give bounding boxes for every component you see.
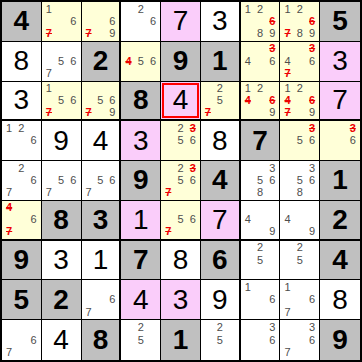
excluded-candidate-7: 7 <box>43 106 55 118</box>
candidate-4: 4 <box>242 214 254 226</box>
given-digit: 9 <box>2 241 41 280</box>
excluded-candidate-7: 7 <box>281 28 293 40</box>
excluded-candidate-3: 3 <box>306 43 318 55</box>
excluded-candidate-6: 6 <box>266 94 278 106</box>
excluded-candidate-7: 7 <box>43 28 55 40</box>
solved-digit: 1 <box>121 201 160 239</box>
candidate-4: 4 <box>281 55 293 67</box>
candidate-grid: 679 <box>82 2 120 41</box>
cell-r9c2[interactable]: 4 <box>42 320 82 360</box>
cell-r1c1[interactable]: 4 <box>2 2 42 42</box>
given-digit: 8 <box>42 201 81 239</box>
solved-digit: 4 <box>161 82 200 120</box>
candidate-9: 9 <box>306 106 318 118</box>
solved-digit: 8 <box>2 42 41 81</box>
candidate-6: 6 <box>266 294 278 306</box>
candidate-2: 2 <box>254 83 266 95</box>
cell-r2c4[interactable]: 456 <box>121 42 161 82</box>
candidate-6: 6 <box>106 294 118 306</box>
cell-r4c3[interactable]: 4 <box>82 121 122 161</box>
solved-digit: 9 <box>201 280 239 319</box>
candidate-5: 5 <box>94 94 106 106</box>
candidate-grid: 3568 <box>280 161 319 200</box>
given-digit: 2 <box>82 42 120 81</box>
excluded-candidate-3: 3 <box>187 162 199 174</box>
excluded-candidate-4: 4 <box>3 202 15 214</box>
candidate-6: 6 <box>306 294 318 306</box>
candidate-5: 5 <box>214 334 226 347</box>
candidate-6: 6 <box>266 334 278 347</box>
cell-r5c9[interactable]: 1 <box>320 161 360 201</box>
candidate-5: 5 <box>55 94 67 106</box>
candidate-5: 5 <box>254 254 266 266</box>
cell-r5c8[interactable]: 3568 <box>280 161 320 201</box>
candidate-6: 6 <box>106 15 118 27</box>
cell-r9c6[interactable]: 25 <box>201 320 241 360</box>
cell-r6c1[interactable]: 467 <box>2 201 42 241</box>
candidate-8: 8 <box>294 28 306 40</box>
given-digit: 1 <box>201 42 239 81</box>
candidate-6: 6 <box>147 15 159 27</box>
cell-r3c8[interactable]: 124679 <box>280 82 320 122</box>
cell-r5c2[interactable]: 567 <box>42 161 82 201</box>
candidate-1: 1 <box>242 83 254 95</box>
cell-r2c6[interactable]: 1 <box>201 42 241 82</box>
candidate-5: 5 <box>55 55 67 67</box>
cell-r3c2[interactable]: 1567 <box>42 82 82 122</box>
candidate-6: 6 <box>306 135 318 147</box>
candidate-1: 1 <box>43 3 55 15</box>
given-digit: 9 <box>121 161 160 200</box>
solved-digit: 4 <box>121 280 160 319</box>
given-digit: 9 <box>320 320 360 360</box>
candidate-6: 6 <box>106 174 118 186</box>
excluded-candidate-4: 4 <box>281 94 293 106</box>
cell-r1c8[interactable]: 126789 <box>280 2 320 42</box>
excluded-candidate-3: 3 <box>187 122 199 134</box>
candidate-6: 6 <box>28 334 40 347</box>
excluded-candidate-7: 7 <box>202 106 214 118</box>
cell-r3c5[interactable]: 4 <box>161 82 201 122</box>
given-digit: 4 <box>2 2 41 41</box>
cell-r8c8[interactable]: 167 <box>280 280 320 320</box>
candidate-grid: 167 <box>42 2 81 41</box>
excluded-candidate-7: 7 <box>83 28 95 40</box>
candidate-3: 3 <box>306 162 318 174</box>
candidate-9: 9 <box>106 28 118 40</box>
given-digit: 6 <box>201 241 239 280</box>
candidate-6: 6 <box>346 135 359 147</box>
solved-digit: 3 <box>201 2 239 41</box>
given-digit: 2 <box>42 280 81 319</box>
excluded-candidate-7: 7 <box>83 106 95 118</box>
candidate-5: 5 <box>294 254 306 266</box>
cell-r7c7[interactable]: 25 <box>241 241 281 281</box>
candidate-5: 5 <box>135 55 147 67</box>
given-digit: 4 <box>320 241 360 280</box>
cell-r5c6[interactable]: 4 <box>201 161 241 201</box>
candidate-6: 6 <box>28 135 40 147</box>
cell-r4c9[interactable]: 36 <box>320 121 360 161</box>
cell-r3c1[interactable]: 3 <box>2 82 42 122</box>
candidate-7: 7 <box>3 346 15 359</box>
cell-r4c7[interactable]: 7 <box>241 121 281 161</box>
candidate-8: 8 <box>254 28 266 40</box>
solved-digit: 7 <box>320 82 360 120</box>
candidate-2: 2 <box>294 83 306 95</box>
candidate-8: 8 <box>294 187 306 199</box>
cell-r8c6[interactable]: 9 <box>201 280 241 320</box>
solved-digit: 1 <box>82 241 120 280</box>
cell-r9c9[interactable]: 9 <box>320 320 360 360</box>
excluded-candidate-7: 7 <box>162 226 174 238</box>
candidate-7: 7 <box>281 346 293 359</box>
candidate-6: 6 <box>306 55 318 67</box>
candidate-2: 2 <box>15 122 27 134</box>
solved-digit: 7 <box>161 2 200 41</box>
given-digit: 5 <box>320 2 360 41</box>
candidate-grid: 356 <box>280 121 319 160</box>
cell-r6c4[interactable]: 1 <box>121 201 161 241</box>
excluded-candidate-7: 7 <box>281 106 293 118</box>
solved-digit: 8 <box>320 280 360 319</box>
cell-r6c5[interactable]: 567 <box>161 201 201 241</box>
candidate-3: 3 <box>266 321 278 334</box>
cell-r4c8[interactable]: 356 <box>280 121 320 161</box>
cell-r5c4[interactable]: 9 <box>121 161 161 201</box>
solved-digit: 4 <box>82 121 120 160</box>
cell-r2c2[interactable]: 567 <box>42 42 82 82</box>
candidate-6: 6 <box>306 174 318 186</box>
cell-r9c1[interactable]: 67 <box>2 320 42 360</box>
given-digit: 7 <box>241 121 280 160</box>
candidate-7: 7 <box>43 67 55 79</box>
solved-digit: 3 <box>121 121 160 160</box>
cell-r2c1[interactable]: 8 <box>2 42 42 82</box>
cell-r5c5[interactable]: 23567 <box>161 161 201 201</box>
cell-r1c9[interactable]: 5 <box>320 2 360 42</box>
cell-r6c6[interactable]: 7 <box>201 201 241 241</box>
cell-r6c7[interactable]: 49 <box>241 201 281 241</box>
candidate-grid: 25 <box>280 241 319 280</box>
excluded-candidate-6: 6 <box>306 94 318 106</box>
candidate-3: 3 <box>306 321 318 334</box>
cell-r1c3[interactable]: 679 <box>82 2 122 42</box>
cell-r6c2[interactable]: 8 <box>42 201 82 241</box>
cell-r9c7[interactable]: 36 <box>241 320 281 360</box>
cell-r3c4[interactable]: 8 <box>121 82 161 122</box>
solved-digit: 3 <box>161 280 200 319</box>
given-digit: 3 <box>82 201 120 239</box>
candidate-2: 2 <box>135 321 147 334</box>
cell-r9c3[interactable]: 8 <box>82 320 122 360</box>
cell-r9c5[interactable]: 1 <box>161 320 201 360</box>
cell-r8c2[interactable]: 2 <box>42 280 82 320</box>
cell-r4c1[interactable]: 126 <box>2 121 42 161</box>
candidate-grid: 567 <box>82 161 120 200</box>
candidate-9: 9 <box>306 226 318 238</box>
candidate-2: 2 <box>214 83 226 95</box>
candidate-6: 6 <box>67 55 79 67</box>
candidate-9: 9 <box>106 106 118 118</box>
cell-r3c6[interactable]: 257 <box>201 82 241 122</box>
candidate-6: 6 <box>187 174 199 186</box>
candidate-6: 6 <box>67 94 79 106</box>
cell-r1c7[interactable]: 12689 <box>241 2 281 42</box>
candidate-2: 2 <box>174 122 186 134</box>
candidate-8: 8 <box>254 187 266 199</box>
cell-r2c9[interactable]: 3 <box>320 42 360 82</box>
candidate-7: 7 <box>3 187 15 199</box>
cell-r7c8[interactable]: 25 <box>280 241 320 281</box>
candidate-grid: 25 <box>241 241 280 280</box>
candidate-2: 2 <box>15 162 27 174</box>
solved-digit: 3 <box>2 82 41 120</box>
cell-r6c3[interactable]: 3 <box>82 201 122 241</box>
given-digit: 9 <box>161 42 200 81</box>
solved-digit: 7 <box>201 201 239 239</box>
candidate-2: 2 <box>254 242 266 254</box>
candidate-1: 1 <box>281 281 293 293</box>
candidate-4: 4 <box>281 214 293 226</box>
given-digit: 5 <box>2 280 41 319</box>
given-digit: 1 <box>161 320 200 360</box>
solved-digit: 3 <box>42 241 81 280</box>
excluded-candidate-7: 7 <box>162 187 174 199</box>
candidate-grid: 124679 <box>280 82 319 120</box>
candidate-grid: 67 <box>2 320 41 360</box>
candidate-4: 4 <box>242 55 254 67</box>
cell-r8c4[interactable]: 4 <box>121 280 161 320</box>
sudoku-board: 4167679267312689126789585672456913463467… <box>0 0 362 362</box>
candidate-grid: 12469 <box>241 82 280 120</box>
cell-r7c1[interactable]: 9 <box>2 241 42 281</box>
candidate-grid: 23567 <box>161 161 200 200</box>
cell-r7c4[interactable]: 7 <box>121 241 161 281</box>
candidate-2: 2 <box>214 321 226 334</box>
candidate-grid: 3568 <box>241 161 280 200</box>
cell-r4c2[interactable]: 9 <box>42 121 82 161</box>
candidate-3: 3 <box>266 162 278 174</box>
candidate-5: 5 <box>94 174 106 186</box>
cell-r2c7[interactable]: 346 <box>241 42 281 82</box>
candidate-grid: 567 <box>42 161 81 200</box>
candidate-6: 6 <box>67 174 79 186</box>
candidate-2: 2 <box>294 242 306 254</box>
excluded-candidate-3: 3 <box>306 122 318 134</box>
candidate-6: 6 <box>306 334 318 347</box>
solved-digit: 8 <box>161 241 200 280</box>
candidate-9: 9 <box>266 226 278 238</box>
given-digit: 8 <box>121 82 160 120</box>
cell-r5c3[interactable]: 567 <box>82 161 122 201</box>
candidate-6: 6 <box>266 174 278 186</box>
candidate-5: 5 <box>214 94 226 106</box>
excluded-candidate-4: 4 <box>242 94 254 106</box>
candidate-grid: 567 <box>42 42 81 81</box>
candidate-6: 6 <box>147 55 159 67</box>
cell-r7c2[interactable]: 3 <box>42 241 82 281</box>
candidate-1: 1 <box>43 83 55 95</box>
candidate-grid: 36 <box>241 320 280 360</box>
candidate-grid: 67 <box>82 280 120 319</box>
candidate-grid: 1567 <box>42 82 81 120</box>
candidate-grid: 267 <box>2 161 41 200</box>
cell-r1c4[interactable]: 26 <box>121 2 161 42</box>
excluded-candidate-4: 4 <box>122 55 134 67</box>
cell-r4c6[interactable]: 8 <box>201 121 241 161</box>
candidate-5: 5 <box>174 214 186 226</box>
solved-digit: 8 <box>201 121 239 160</box>
candidate-1: 1 <box>242 281 254 293</box>
given-digit: 1 <box>320 161 360 200</box>
candidate-grid: 26 <box>121 2 160 41</box>
cell-r6c8[interactable]: 49 <box>280 201 320 241</box>
cell-r6c9[interactable]: 2 <box>320 201 360 241</box>
cell-r4c5[interactable]: 2356 <box>161 121 201 161</box>
candidate-6: 6 <box>106 94 118 106</box>
candidate-grid: 456 <box>121 42 160 81</box>
excluded-candidate-7: 7 <box>281 67 293 79</box>
cell-r9c8[interactable]: 367 <box>280 320 320 360</box>
candidate-5: 5 <box>55 174 67 186</box>
cell-r7c6[interactable]: 6 <box>201 241 241 281</box>
candidate-grid: 367 <box>280 320 319 360</box>
candidate-grid: 2356 <box>161 121 200 160</box>
given-digit: 8 <box>82 320 120 360</box>
candidate-2: 2 <box>254 3 266 15</box>
candidate-grid: 12689 <box>241 2 280 41</box>
excluded-candidate-6: 6 <box>266 15 278 27</box>
given-digit: 7 <box>121 241 160 280</box>
given-digit: 4 <box>201 161 239 200</box>
cell-r3c9[interactable]: 7 <box>320 82 360 122</box>
cell-r3c7[interactable]: 12469 <box>241 82 281 122</box>
cell-r7c3[interactable]: 1 <box>82 241 122 281</box>
candidate-grid: 25 <box>121 320 160 360</box>
candidate-grid: 467 <box>2 201 41 239</box>
cell-r2c8[interactable]: 3467 <box>280 42 320 82</box>
given-digit: 2 <box>320 201 360 239</box>
candidate-grid: 257 <box>201 82 239 120</box>
candidate-6: 6 <box>187 135 199 147</box>
candidate-grid: 16 <box>241 280 280 319</box>
cell-r1c6[interactable]: 3 <box>201 2 241 42</box>
candidate-6: 6 <box>187 214 199 226</box>
excluded-candidate-3: 3 <box>266 43 278 55</box>
candidate-5: 5 <box>294 135 306 147</box>
solved-digit: 3 <box>320 42 360 81</box>
candidate-grid: 36 <box>320 121 360 160</box>
cell-r5c1[interactable]: 267 <box>2 161 42 201</box>
cell-r7c5[interactable]: 8 <box>161 241 201 281</box>
cell-r5c7[interactable]: 3568 <box>241 161 281 201</box>
excluded-candidate-3: 3 <box>346 122 359 134</box>
candidate-grid: 3467 <box>280 42 319 81</box>
candidate-6: 6 <box>28 174 40 186</box>
candidate-7: 7 <box>83 187 95 199</box>
candidate-9: 9 <box>266 28 278 40</box>
candidate-grid: 5679 <box>82 82 120 120</box>
cell-r8c1[interactable]: 5 <box>2 280 42 320</box>
candidate-6: 6 <box>28 214 40 226</box>
solved-digit: 4 <box>42 320 81 360</box>
candidate-grid: 346 <box>241 42 280 81</box>
candidate-1: 1 <box>281 3 293 15</box>
candidate-grid: 126 <box>2 121 41 160</box>
candidate-1: 1 <box>3 122 15 134</box>
candidate-grid: 567 <box>161 201 200 239</box>
candidate-grid: 167 <box>280 280 319 319</box>
candidate-7: 7 <box>281 306 293 318</box>
cell-r8c7[interactable]: 16 <box>241 280 281 320</box>
candidate-9: 9 <box>266 106 278 118</box>
candidate-2: 2 <box>174 162 186 174</box>
candidate-grid: 126789 <box>280 2 319 41</box>
cell-r7c9[interactable]: 4 <box>320 241 360 281</box>
cell-r2c3[interactable]: 2 <box>82 42 122 82</box>
candidate-5: 5 <box>135 334 147 347</box>
candidate-5: 5 <box>294 174 306 186</box>
excluded-candidate-6: 6 <box>306 15 318 27</box>
candidate-2: 2 <box>135 3 147 15</box>
candidate-5: 5 <box>174 135 186 147</box>
excluded-candidate-7: 7 <box>3 226 15 238</box>
candidate-5: 5 <box>174 174 186 186</box>
candidate-grid: 49 <box>280 201 319 239</box>
cell-r8c3[interactable]: 67 <box>82 280 122 320</box>
cell-r3c3[interactable]: 5679 <box>82 82 122 122</box>
cell-r1c2[interactable]: 167 <box>42 2 82 42</box>
cell-r2c5[interactable]: 9 <box>161 42 201 82</box>
candidate-7: 7 <box>43 187 55 199</box>
cell-r4c4[interactable]: 3 <box>121 121 161 161</box>
candidate-grid: 25 <box>201 320 239 360</box>
candidate-6: 6 <box>67 15 79 27</box>
cell-r9c4[interactable]: 25 <box>121 320 161 360</box>
candidate-5: 5 <box>254 174 266 186</box>
candidate-1: 1 <box>242 3 254 15</box>
cell-r8c5[interactable]: 3 <box>161 280 201 320</box>
candidate-1: 1 <box>281 83 293 95</box>
cell-r1c5[interactable]: 7 <box>161 2 201 42</box>
candidate-9: 9 <box>306 28 318 40</box>
cell-r8c9[interactable]: 8 <box>320 280 360 320</box>
solved-digit: 9 <box>42 121 81 160</box>
candidate-grid: 49 <box>241 201 280 239</box>
candidate-7: 7 <box>83 306 95 318</box>
candidate-6: 6 <box>266 55 278 67</box>
candidate-2: 2 <box>294 3 306 15</box>
